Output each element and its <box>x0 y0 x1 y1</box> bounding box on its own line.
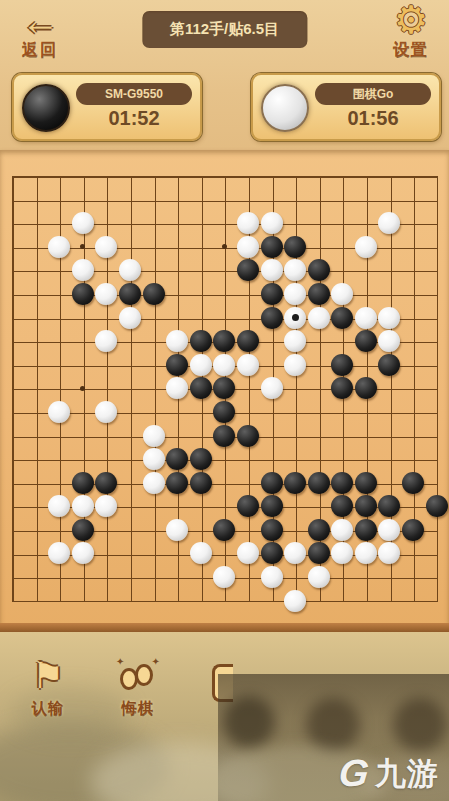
intersection-1-7[interactable] <box>24 329 48 353</box>
intersection-8-7[interactable] <box>189 329 213 353</box>
intersection-0-5[interactable] <box>0 282 24 306</box>
intersection-13-11[interactable] <box>307 424 331 448</box>
intersection-5-2[interactable] <box>118 211 142 235</box>
intersection-11-11[interactable] <box>260 424 284 448</box>
intersection-15-6[interactable] <box>354 306 378 330</box>
intersection-15-17[interactable] <box>354 565 378 589</box>
intersection-4-17[interactable] <box>95 565 119 589</box>
intersection-12-3[interactable] <box>283 235 307 259</box>
intersection-16-12[interactable] <box>378 447 402 471</box>
intersection-9-4[interactable] <box>213 259 237 283</box>
intersection-2-7[interactable] <box>47 329 71 353</box>
intersection-16-4[interactable] <box>378 259 402 283</box>
intersection-0-9[interactable] <box>0 377 24 401</box>
intersection-16-8[interactable] <box>378 353 402 377</box>
intersection-1-17[interactable] <box>24 565 48 589</box>
intersection-18-8[interactable] <box>425 353 449 377</box>
intersection-10-8[interactable] <box>236 353 260 377</box>
intersection-18-12[interactable] <box>425 447 449 471</box>
intersection-12-16[interactable] <box>283 542 307 566</box>
intersection-2-8[interactable] <box>47 353 71 377</box>
intersection-5-13[interactable] <box>118 471 142 495</box>
intersection-2-9[interactable] <box>47 377 71 401</box>
intersection-5-18[interactable] <box>118 589 142 613</box>
intersection-1-18[interactable] <box>24 589 48 613</box>
intersection-10-7[interactable] <box>236 329 260 353</box>
intersection-0-8[interactable] <box>0 353 24 377</box>
intersection-17-18[interactable] <box>401 589 425 613</box>
intersection-0-6[interactable] <box>0 306 24 330</box>
intersection-7-0[interactable] <box>165 164 189 188</box>
intersection-8-13[interactable] <box>189 471 213 495</box>
intersection-12-17[interactable] <box>283 565 307 589</box>
intersection-10-2[interactable] <box>236 211 260 235</box>
intersection-6-8[interactable] <box>142 353 166 377</box>
intersection-16-6[interactable] <box>378 306 402 330</box>
intersection-18-4[interactable] <box>425 259 449 283</box>
intersection-6-16[interactable] <box>142 542 166 566</box>
intersection-17-2[interactable] <box>401 211 425 235</box>
intersection-14-13[interactable] <box>331 471 355 495</box>
intersection-0-2[interactable] <box>0 211 24 235</box>
intersection-4-9[interactable] <box>95 377 119 401</box>
intersection-9-5[interactable] <box>213 282 237 306</box>
intersection-9-9[interactable] <box>213 377 237 401</box>
intersection-9-2[interactable] <box>213 211 237 235</box>
intersection-1-3[interactable] <box>24 235 48 259</box>
intersection-14-18[interactable] <box>331 589 355 613</box>
intersection-6-4[interactable] <box>142 259 166 283</box>
intersection-17-4[interactable] <box>401 259 425 283</box>
intersection-11-12[interactable] <box>260 447 284 471</box>
intersection-11-7[interactable] <box>260 329 284 353</box>
intersection-7-16[interactable] <box>165 542 189 566</box>
intersection-1-14[interactable] <box>24 495 48 519</box>
intersection-9-13[interactable] <box>213 471 237 495</box>
intersection-12-12[interactable] <box>283 447 307 471</box>
intersection-13-8[interactable] <box>307 353 331 377</box>
intersection-10-4[interactable] <box>236 259 260 283</box>
intersection-4-5[interactable] <box>95 282 119 306</box>
intersection-17-14[interactable] <box>401 495 425 519</box>
intersection-6-10[interactable] <box>142 400 166 424</box>
intersection-18-16[interactable] <box>425 542 449 566</box>
intersection-14-14[interactable] <box>331 495 355 519</box>
intersection-7-13[interactable] <box>165 471 189 495</box>
intersection-12-1[interactable] <box>283 188 307 212</box>
intersection-18-14[interactable] <box>425 495 449 519</box>
intersection-6-3[interactable] <box>142 235 166 259</box>
intersection-15-13[interactable] <box>354 471 378 495</box>
intersection-16-11[interactable] <box>378 424 402 448</box>
intersection-14-16[interactable] <box>331 542 355 566</box>
intersection-11-3[interactable] <box>260 235 284 259</box>
intersection-17-5[interactable] <box>401 282 425 306</box>
intersection-14-5[interactable] <box>331 282 355 306</box>
intersection-1-16[interactable] <box>24 542 48 566</box>
intersection-3-0[interactable] <box>71 164 95 188</box>
intersection-11-17[interactable] <box>260 565 284 589</box>
intersection-8-18[interactable] <box>189 589 213 613</box>
intersection-6-1[interactable] <box>142 188 166 212</box>
intersection-18-10[interactable] <box>425 400 449 424</box>
intersection-7-14[interactable] <box>165 495 189 519</box>
intersection-4-4[interactable] <box>95 259 119 283</box>
intersection-7-3[interactable] <box>165 235 189 259</box>
intersection-10-6[interactable] <box>236 306 260 330</box>
intersection-5-15[interactable] <box>118 518 142 542</box>
settings-button[interactable]: ⚙ 设置 <box>379 0 443 61</box>
intersection-10-18[interactable] <box>236 589 260 613</box>
intersection-9-16[interactable] <box>213 542 237 566</box>
intersection-4-0[interactable] <box>95 164 119 188</box>
intersection-8-9[interactable] <box>189 377 213 401</box>
intersection-18-13[interactable] <box>425 471 449 495</box>
intersection-13-14[interactable] <box>307 495 331 519</box>
intersection-11-5[interactable] <box>260 282 284 306</box>
intersection-15-8[interactable] <box>354 353 378 377</box>
intersection-5-11[interactable] <box>118 424 142 448</box>
intersection-3-5[interactable] <box>71 282 95 306</box>
intersection-7-18[interactable] <box>165 589 189 613</box>
intersection-3-13[interactable] <box>71 471 95 495</box>
intersection-7-10[interactable] <box>165 400 189 424</box>
intersection-13-15[interactable] <box>307 518 331 542</box>
intersection-2-4[interactable] <box>47 259 71 283</box>
intersection-10-3[interactable] <box>236 235 260 259</box>
intersection-15-3[interactable] <box>354 235 378 259</box>
intersection-1-5[interactable] <box>24 282 48 306</box>
intersection-6-17[interactable] <box>142 565 166 589</box>
intersection-5-12[interactable] <box>118 447 142 471</box>
intersection-18-7[interactable] <box>425 329 449 353</box>
intersection-10-10[interactable] <box>236 400 260 424</box>
undo-button[interactable]: ✦ ✦ 悔棋 <box>106 656 170 718</box>
intersection-16-5[interactable] <box>378 282 402 306</box>
intersection-5-17[interactable] <box>118 565 142 589</box>
intersection-3-4[interactable] <box>71 259 95 283</box>
intersection-12-11[interactable] <box>283 424 307 448</box>
intersection-15-2[interactable] <box>354 211 378 235</box>
intersection-10-1[interactable] <box>236 188 260 212</box>
intersection-8-6[interactable] <box>189 306 213 330</box>
intersection-0-18[interactable] <box>0 589 24 613</box>
intersection-8-12[interactable] <box>189 447 213 471</box>
intersection-4-13[interactable] <box>95 471 119 495</box>
intersection-0-4[interactable] <box>0 259 24 283</box>
intersection-7-6[interactable] <box>165 306 189 330</box>
intersection-18-0[interactable] <box>425 164 449 188</box>
intersection-6-18[interactable] <box>142 589 166 613</box>
intersection-18-17[interactable] <box>425 565 449 589</box>
intersection-8-14[interactable] <box>189 495 213 519</box>
intersection-2-10[interactable] <box>47 400 71 424</box>
intersection-5-7[interactable] <box>118 329 142 353</box>
intersection-12-14[interactable] <box>283 495 307 519</box>
intersection-4-15[interactable] <box>95 518 119 542</box>
intersection-11-14[interactable] <box>260 495 284 519</box>
intersection-7-8[interactable] <box>165 353 189 377</box>
intersection-2-2[interactable] <box>47 211 71 235</box>
intersection-1-6[interactable] <box>24 306 48 330</box>
intersection-16-15[interactable] <box>378 518 402 542</box>
intersection-3-2[interactable] <box>71 211 95 235</box>
intersection-16-3[interactable] <box>378 235 402 259</box>
intersection-12-0[interactable] <box>283 164 307 188</box>
intersection-12-7[interactable] <box>283 329 307 353</box>
intersection-0-17[interactable] <box>0 565 24 589</box>
intersection-14-1[interactable] <box>331 188 355 212</box>
intersection-12-2[interactable] <box>283 211 307 235</box>
intersection-17-7[interactable] <box>401 329 425 353</box>
intersection-0-1[interactable] <box>0 188 24 212</box>
intersection-9-14[interactable] <box>213 495 237 519</box>
intersection-13-3[interactable] <box>307 235 331 259</box>
intersection-10-17[interactable] <box>236 565 260 589</box>
intersection-16-13[interactable] <box>378 471 402 495</box>
intersection-12-18[interactable] <box>283 589 307 613</box>
intersection-10-9[interactable] <box>236 377 260 401</box>
intersection-17-6[interactable] <box>401 306 425 330</box>
intersection-11-10[interactable] <box>260 400 284 424</box>
intersection-15-10[interactable] <box>354 400 378 424</box>
intersection-12-15[interactable] <box>283 518 307 542</box>
intersection-2-18[interactable] <box>47 589 71 613</box>
intersection-16-17[interactable] <box>378 565 402 589</box>
intersection-5-8[interactable] <box>118 353 142 377</box>
intersection-4-12[interactable] <box>95 447 119 471</box>
intersection-16-16[interactable] <box>378 542 402 566</box>
intersection-6-7[interactable] <box>142 329 166 353</box>
intersection-14-2[interactable] <box>331 211 355 235</box>
intersection-6-9[interactable] <box>142 377 166 401</box>
intersection-8-15[interactable] <box>189 518 213 542</box>
intersection-13-6[interactable] <box>307 306 331 330</box>
intersection-0-7[interactable] <box>0 329 24 353</box>
intersection-11-8[interactable] <box>260 353 284 377</box>
intersection-5-16[interactable] <box>118 542 142 566</box>
intersection-12-8[interactable] <box>283 353 307 377</box>
intersection-13-4[interactable] <box>307 259 331 283</box>
intersection-4-18[interactable] <box>95 589 119 613</box>
intersection-2-11[interactable] <box>47 424 71 448</box>
intersection-8-8[interactable] <box>189 353 213 377</box>
intersection-2-0[interactable] <box>47 164 71 188</box>
intersection-4-7[interactable] <box>95 329 119 353</box>
intersection-2-1[interactable] <box>47 188 71 212</box>
intersection-12-6[interactable] <box>283 306 307 330</box>
intersection-4-2[interactable] <box>95 211 119 235</box>
intersection-2-17[interactable] <box>47 565 71 589</box>
intersection-4-1[interactable] <box>95 188 119 212</box>
intersection-15-0[interactable] <box>354 164 378 188</box>
intersection-1-9[interactable] <box>24 377 48 401</box>
intersection-7-4[interactable] <box>165 259 189 283</box>
intersection-13-17[interactable] <box>307 565 331 589</box>
intersection-1-10[interactable] <box>24 400 48 424</box>
intersection-12-9[interactable] <box>283 377 307 401</box>
intersection-11-4[interactable] <box>260 259 284 283</box>
intersection-17-13[interactable] <box>401 471 425 495</box>
intersection-16-7[interactable] <box>378 329 402 353</box>
intersection-5-14[interactable] <box>118 495 142 519</box>
intersection-11-13[interactable] <box>260 471 284 495</box>
intersection-15-5[interactable] <box>354 282 378 306</box>
intersection-18-2[interactable] <box>425 211 449 235</box>
intersection-15-4[interactable] <box>354 259 378 283</box>
intersection-14-9[interactable] <box>331 377 355 401</box>
intersection-15-7[interactable] <box>354 329 378 353</box>
intersection-9-1[interactable] <box>213 188 237 212</box>
intersection-17-8[interactable] <box>401 353 425 377</box>
intersection-13-13[interactable] <box>307 471 331 495</box>
intersection-18-11[interactable] <box>425 424 449 448</box>
intersection-7-12[interactable] <box>165 447 189 471</box>
intersection-1-0[interactable] <box>24 164 48 188</box>
intersection-13-7[interactable] <box>307 329 331 353</box>
intersection-8-11[interactable] <box>189 424 213 448</box>
intersection-6-2[interactable] <box>142 211 166 235</box>
intersection-6-12[interactable] <box>142 447 166 471</box>
intersection-3-16[interactable] <box>71 542 95 566</box>
intersection-9-15[interactable] <box>213 518 237 542</box>
intersection-17-0[interactable] <box>401 164 425 188</box>
intersection-1-15[interactable] <box>24 518 48 542</box>
intersection-2-5[interactable] <box>47 282 71 306</box>
intersection-5-10[interactable] <box>118 400 142 424</box>
intersection-15-11[interactable] <box>354 424 378 448</box>
intersection-8-2[interactable] <box>189 211 213 235</box>
intersection-7-15[interactable] <box>165 518 189 542</box>
intersection-5-0[interactable] <box>118 164 142 188</box>
intersection-18-1[interactable] <box>425 188 449 212</box>
intersection-5-6[interactable] <box>118 306 142 330</box>
intersection-5-4[interactable] <box>118 259 142 283</box>
intersection-8-17[interactable] <box>189 565 213 589</box>
intersection-18-15[interactable] <box>425 518 449 542</box>
intersection-9-10[interactable] <box>213 400 237 424</box>
intersection-10-15[interactable] <box>236 518 260 542</box>
intersection-2-13[interactable] <box>47 471 71 495</box>
intersection-7-2[interactable] <box>165 211 189 235</box>
intersection-14-15[interactable] <box>331 518 355 542</box>
intersection-16-2[interactable] <box>378 211 402 235</box>
intersection-11-6[interactable] <box>260 306 284 330</box>
intersection-13-9[interactable] <box>307 377 331 401</box>
intersection-12-5[interactable] <box>283 282 307 306</box>
intersection-6-14[interactable] <box>142 495 166 519</box>
intersection-3-11[interactable] <box>71 424 95 448</box>
intersection-4-10[interactable] <box>95 400 119 424</box>
intersection-18-6[interactable] <box>425 306 449 330</box>
intersection-16-0[interactable] <box>378 164 402 188</box>
intersection-0-11[interactable] <box>0 424 24 448</box>
intersection-11-2[interactable] <box>260 211 284 235</box>
intersection-4-11[interactable] <box>95 424 119 448</box>
intersection-9-7[interactable] <box>213 329 237 353</box>
intersection-2-12[interactable] <box>47 447 71 471</box>
intersection-3-10[interactable] <box>71 400 95 424</box>
intersection-17-10[interactable] <box>401 400 425 424</box>
intersection-8-16[interactable] <box>189 542 213 566</box>
intersection-0-12[interactable] <box>0 447 24 471</box>
intersection-16-18[interactable] <box>378 589 402 613</box>
intersection-11-0[interactable] <box>260 164 284 188</box>
intersection-4-3[interactable] <box>95 235 119 259</box>
intersection-11-1[interactable] <box>260 188 284 212</box>
intersection-3-1[interactable] <box>71 188 95 212</box>
intersection-8-5[interactable] <box>189 282 213 306</box>
intersection-3-17[interactable] <box>71 565 95 589</box>
intersection-4-6[interactable] <box>95 306 119 330</box>
intersection-6-13[interactable] <box>142 471 166 495</box>
intersection-13-0[interactable] <box>307 164 331 188</box>
intersection-18-3[interactable] <box>425 235 449 259</box>
intersection-13-10[interactable] <box>307 400 331 424</box>
intersection-17-3[interactable] <box>401 235 425 259</box>
intersection-4-14[interactable] <box>95 495 119 519</box>
intersection-8-1[interactable] <box>189 188 213 212</box>
intersection-16-1[interactable] <box>378 188 402 212</box>
intersection-9-3[interactable] <box>213 235 237 259</box>
intersection-15-14[interactable] <box>354 495 378 519</box>
intersection-10-12[interactable] <box>236 447 260 471</box>
intersection-16-10[interactable] <box>378 400 402 424</box>
intersection-17-17[interactable] <box>401 565 425 589</box>
intersection-13-16[interactable] <box>307 542 331 566</box>
intersection-10-11[interactable] <box>236 424 260 448</box>
intersection-4-16[interactable] <box>95 542 119 566</box>
intersection-14-4[interactable] <box>331 259 355 283</box>
intersection-6-15[interactable] <box>142 518 166 542</box>
intersection-17-12[interactable] <box>401 447 425 471</box>
intersection-0-15[interactable] <box>0 518 24 542</box>
intersection-0-13[interactable] <box>0 471 24 495</box>
intersection-3-15[interactable] <box>71 518 95 542</box>
intersection-1-12[interactable] <box>24 447 48 471</box>
intersection-1-13[interactable] <box>24 471 48 495</box>
intersection-3-12[interactable] <box>71 447 95 471</box>
intersection-15-12[interactable] <box>354 447 378 471</box>
intersection-14-0[interactable] <box>331 164 355 188</box>
intersection-12-10[interactable] <box>283 400 307 424</box>
intersection-13-5[interactable] <box>307 282 331 306</box>
intersection-10-14[interactable] <box>236 495 260 519</box>
intersection-10-5[interactable] <box>236 282 260 306</box>
intersection-7-1[interactable] <box>165 188 189 212</box>
intersection-14-6[interactable] <box>331 306 355 330</box>
intersection-3-14[interactable] <box>71 495 95 519</box>
intersection-0-16[interactable] <box>0 542 24 566</box>
intersection-0-14[interactable] <box>0 495 24 519</box>
intersection-1-8[interactable] <box>24 353 48 377</box>
back-button[interactable]: ← 返回 <box>8 2 72 61</box>
intersection-9-17[interactable] <box>213 565 237 589</box>
intersection-11-18[interactable] <box>260 589 284 613</box>
intersection-13-12[interactable] <box>307 447 331 471</box>
intersection-10-16[interactable] <box>236 542 260 566</box>
intersection-15-18[interactable] <box>354 589 378 613</box>
intersection-5-5[interactable] <box>118 282 142 306</box>
intersection-5-9[interactable] <box>118 377 142 401</box>
intersection-14-3[interactable] <box>331 235 355 259</box>
intersection-9-18[interactable] <box>213 589 237 613</box>
intersection-6-5[interactable] <box>142 282 166 306</box>
intersection-17-16[interactable] <box>401 542 425 566</box>
intersection-9-11[interactable] <box>213 424 237 448</box>
intersection-2-15[interactable] <box>47 518 71 542</box>
intersection-3-3[interactable] <box>71 235 95 259</box>
